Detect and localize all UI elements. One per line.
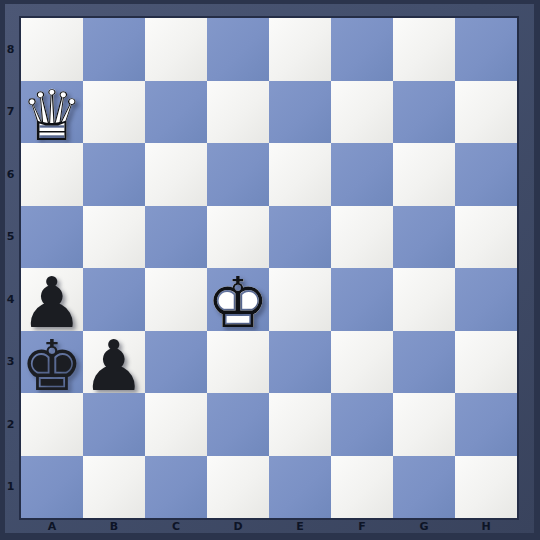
square-g7[interactable] [393,81,455,144]
square-d1[interactable] [207,456,269,519]
black-king[interactable]: ♚ [21,331,83,394]
square-f6[interactable] [331,143,393,206]
rank-label: 2 [0,393,21,456]
square-g8[interactable] [393,18,455,81]
white-king[interactable]: ♚♔ [207,268,269,331]
square-f2[interactable] [331,393,393,456]
square-b3[interactable]: ♟ [83,331,145,394]
square-g2[interactable] [393,393,455,456]
file-label: C [145,518,207,534]
square-c7[interactable] [145,81,207,144]
square-e8[interactable] [269,18,331,81]
square-d4[interactable]: ♚♔ [207,268,269,331]
square-b6[interactable] [83,143,145,206]
square-e5[interactable] [269,206,331,269]
square-b5[interactable] [83,206,145,269]
square-d3[interactable] [207,331,269,394]
square-d6[interactable] [207,143,269,206]
square-h6[interactable] [455,143,517,206]
square-a5[interactable] [21,206,83,269]
square-a6[interactable] [21,143,83,206]
square-e3[interactable] [269,331,331,394]
square-e6[interactable] [269,143,331,206]
rank-label: 5 [0,206,21,269]
piece-fill: ♟ [83,331,146,401]
square-h7[interactable] [455,81,517,144]
piece-outline: ♔ [207,268,270,338]
square-h5[interactable] [455,206,517,269]
piece-fill: ♚ [21,331,84,401]
square-b4[interactable] [83,268,145,331]
square-a1[interactable] [21,456,83,519]
chess-board: ♛♕♟♚♔♚♟ [21,18,517,518]
file-label: B [83,518,145,534]
square-d5[interactable] [207,206,269,269]
square-e4[interactable] [269,268,331,331]
square-d7[interactable] [207,81,269,144]
square-a2[interactable] [21,393,83,456]
file-label: F [331,518,393,534]
square-c4[interactable] [145,268,207,331]
rank-label: 7 [0,81,21,144]
square-a8[interactable] [21,18,83,81]
square-g3[interactable] [393,331,455,394]
square-h1[interactable] [455,456,517,519]
file-label: G [393,518,455,534]
square-f7[interactable] [331,81,393,144]
square-f5[interactable] [331,206,393,269]
black-pawn[interactable]: ♟ [83,331,145,394]
file-label: D [207,518,269,534]
square-d2[interactable] [207,393,269,456]
square-f4[interactable] [331,268,393,331]
square-c2[interactable] [145,393,207,456]
black-pawn[interactable]: ♟ [21,268,83,331]
square-c5[interactable] [145,206,207,269]
square-a4[interactable]: ♟ [21,268,83,331]
square-h3[interactable] [455,331,517,394]
square-c8[interactable] [145,18,207,81]
square-a7[interactable]: ♛♕ [21,81,83,144]
piece-outline: ♕ [21,81,84,151]
file-label: E [269,518,331,534]
square-e1[interactable] [269,456,331,519]
rank-label: 1 [0,456,21,519]
chess-diagram: 87654321 ABCDEFGH ♛♕♟♚♔♚♟ [0,0,540,540]
file-labels: ABCDEFGH [21,518,517,534]
square-d8[interactable] [207,18,269,81]
rank-label: 8 [0,18,21,81]
square-g1[interactable] [393,456,455,519]
square-f3[interactable] [331,331,393,394]
square-a3[interactable]: ♚ [21,331,83,394]
square-c6[interactable] [145,143,207,206]
square-c1[interactable] [145,456,207,519]
square-h8[interactable] [455,18,517,81]
white-queen[interactable]: ♛♕ [21,81,83,144]
rank-label: 4 [0,268,21,331]
square-g4[interactable] [393,268,455,331]
square-g5[interactable] [393,206,455,269]
square-e7[interactable] [269,81,331,144]
rank-labels: 87654321 [0,18,21,518]
square-b2[interactable] [83,393,145,456]
square-h4[interactable] [455,268,517,331]
file-label: H [455,518,517,534]
file-label: A [21,518,83,534]
square-f8[interactable] [331,18,393,81]
square-b1[interactable] [83,456,145,519]
rank-label: 3 [0,331,21,394]
square-b7[interactable] [83,81,145,144]
square-c3[interactable] [145,331,207,394]
square-f1[interactable] [331,456,393,519]
square-e2[interactable] [269,393,331,456]
square-h2[interactable] [455,393,517,456]
rank-label: 6 [0,143,21,206]
square-g6[interactable] [393,143,455,206]
square-b8[interactable] [83,18,145,81]
